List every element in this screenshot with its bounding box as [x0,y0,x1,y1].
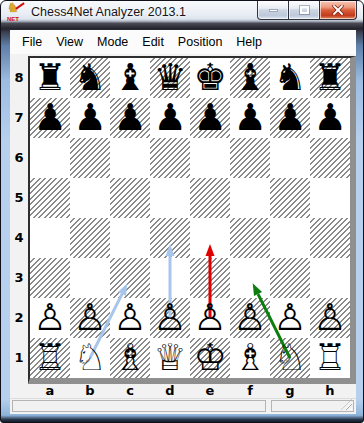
minimize-icon [269,9,278,12]
minimize-button[interactable] [257,1,289,20]
window-controls [257,1,357,20]
maximize-button[interactable] [288,1,320,20]
piece-P-d2[interactable]: ♙ [150,298,190,338]
menu-item-view[interactable]: View [49,32,90,52]
piece-P-a2[interactable]: ♙ [30,298,70,338]
window-title: Chess4Net Analyzer 2013.1 [31,5,186,19]
close-button[interactable] [319,1,357,20]
piece-B-f1[interactable]: ♗ [230,338,270,378]
menu-item-edit[interactable]: Edit [135,32,171,52]
file-label-d: d [150,384,190,399]
piece-Q-d1[interactable]: ♕ [150,338,190,378]
piece-P-c2[interactable]: ♙ [110,298,150,338]
menu-item-file[interactable]: File [15,32,49,52]
resize-grip-icon[interactable] [341,399,352,410]
status-panel-right [271,400,354,412]
rank-label-2: 2 [10,298,28,338]
piece-p-e7[interactable]: ♟ [190,98,230,138]
piece-P-g2[interactable]: ♙ [270,298,310,338]
status-panel-left [12,400,266,412]
close-icon [332,5,344,15]
piece-p-d7[interactable]: ♟ [150,98,190,138]
piece-k-e8[interactable]: ♚ [190,58,230,98]
piece-p-a7[interactable]: ♟ [30,98,70,138]
rank-label-1: 1 [10,338,28,378]
rank-label-7: 7 [10,98,28,138]
menu-item-mode[interactable]: Mode [90,32,135,52]
piece-layer: ♜♞♝♛♚♝♞♜♟♟♟♟♟♟♟♟♙♙♙♙♙♙♙♙♖♘♗♕♔♗♘♖ [30,58,350,378]
maximize-icon [300,6,309,14]
piece-P-e2[interactable]: ♙ [190,298,230,338]
statusbar-separator [10,398,356,399]
titlebar[interactable]: ♞ NET Chess4Net Analyzer 2013.1 [1,1,363,30]
piece-p-c7[interactable]: ♟ [110,98,150,138]
piece-p-f7[interactable]: ♟ [230,98,270,138]
menu-item-help[interactable]: Help [229,32,269,52]
file-label-e: e [190,384,230,399]
piece-n-b8[interactable]: ♞ [70,58,110,98]
rank-label-3: 3 [10,258,28,298]
app-icon: ♞ NET [7,4,24,21]
piece-n-g8[interactable]: ♞ [270,58,310,98]
file-label-c: c [110,384,150,399]
piece-N-b1[interactable]: ♘ [70,338,110,378]
app-window: ♞ NET Chess4Net Analyzer 2013.1 [0,0,364,423]
piece-b-c8[interactable]: ♝ [110,58,150,98]
file-label-h: h [310,384,350,399]
rank-label-6: 6 [10,138,28,178]
rank-labels: 87654321 [10,58,28,378]
menu-item-position[interactable]: Position [171,32,229,52]
client-area: File View Mode Edit Position Help 876543… [10,30,356,414]
piece-p-h7[interactable]: ♟ [310,98,350,138]
piece-K-e1[interactable]: ♔ [190,338,230,378]
piece-r-h8[interactable]: ♜ [310,58,350,98]
piece-q-d8[interactable]: ♛ [150,58,190,98]
piece-R-a1[interactable]: ♖ [30,338,70,378]
menubar: File View Mode Edit Position Help [10,30,356,54]
piece-P-f2[interactable]: ♙ [230,298,270,338]
rank-label-8: 8 [10,58,28,98]
piece-b-f8[interactable]: ♝ [230,58,270,98]
file-labels: abcdefgh [30,384,350,399]
piece-B-c1[interactable]: ♗ [110,338,150,378]
piece-P-h2[interactable]: ♙ [310,298,350,338]
rank-label-5: 5 [10,178,28,218]
file-label-g: g [270,384,310,399]
piece-p-b7[interactable]: ♟ [70,98,110,138]
file-label-a: a [30,384,70,399]
board-frame: ♜♞♝♛♚♝♞♜♟♟♟♟♟♟♟♟♙♙♙♙♙♙♙♙♖♘♗♕♔♗♘♖ [28,56,356,384]
logo-net-text: NET [7,16,19,22]
piece-r-a8[interactable]: ♜ [30,58,70,98]
piece-N-g1[interactable]: ♘ [270,338,310,378]
piece-R-h1[interactable]: ♖ [310,338,350,378]
file-label-f: f [230,384,270,399]
rank-label-4: 4 [10,218,28,258]
piece-P-b2[interactable]: ♙ [70,298,110,338]
file-label-b: b [70,384,110,399]
piece-p-g7[interactable]: ♟ [270,98,310,138]
